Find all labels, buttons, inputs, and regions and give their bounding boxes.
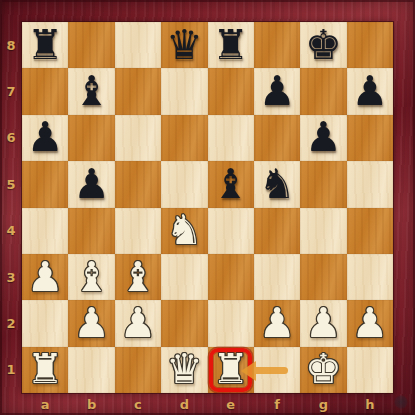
white-king: ♚	[305, 349, 342, 390]
square-f3[interactable]	[254, 254, 300, 300]
move-arrow-bar	[255, 367, 288, 374]
square-c4[interactable]	[115, 208, 161, 254]
square-e8[interactable]: ♜	[208, 22, 254, 68]
square-a6[interactable]: ♟	[22, 115, 68, 161]
square-a5[interactable]	[22, 161, 68, 207]
black-pawn: ♟	[73, 164, 110, 205]
white-pawn: ♟	[259, 303, 296, 344]
square-d1[interactable]: ♛	[161, 347, 207, 393]
square-b5[interactable]: ♟	[68, 161, 114, 207]
file-label-g: g	[300, 393, 346, 415]
square-d7[interactable]	[161, 68, 207, 114]
square-c1[interactable]	[115, 347, 161, 393]
square-c7[interactable]	[115, 68, 161, 114]
white-knight: ♞	[166, 210, 203, 251]
black-knight: ♞	[259, 164, 296, 205]
black-king: ♚	[305, 25, 342, 66]
square-a2[interactable]	[22, 300, 68, 346]
square-h4[interactable]	[347, 208, 393, 254]
black-queen: ♛	[166, 25, 203, 66]
square-a3[interactable]: ♟	[22, 254, 68, 300]
square-h1[interactable]	[347, 347, 393, 393]
white-pawn: ♟	[351, 303, 388, 344]
square-d4[interactable]: ♞	[161, 208, 207, 254]
square-g4[interactable]	[300, 208, 346, 254]
square-f2[interactable]: ♟	[254, 300, 300, 346]
white-pawn: ♟	[305, 303, 342, 344]
square-a1[interactable]: ♜	[22, 347, 68, 393]
file-label-b: b	[68, 393, 114, 415]
square-e5[interactable]: ♝	[208, 161, 254, 207]
rank-label-3: 3	[0, 254, 22, 300]
square-b3[interactable]: ♝	[68, 254, 114, 300]
square-f4[interactable]	[254, 208, 300, 254]
white-pawn: ♟	[73, 303, 110, 344]
white-bishop: ♝	[73, 257, 110, 298]
square-e4[interactable]	[208, 208, 254, 254]
white-pawn: ♟	[27, 257, 64, 298]
square-e2[interactable]	[208, 300, 254, 346]
square-e6[interactable]	[208, 115, 254, 161]
square-e7[interactable]	[208, 68, 254, 114]
move-arrow-head-icon	[241, 361, 256, 381]
square-b1[interactable]	[68, 347, 114, 393]
square-b6[interactable]	[68, 115, 114, 161]
square-h3[interactable]	[347, 254, 393, 300]
square-f8[interactable]	[254, 22, 300, 68]
watermark-dot	[394, 395, 408, 409]
rank-label-1: 1	[0, 347, 22, 393]
square-d2[interactable]	[161, 300, 207, 346]
square-h7[interactable]: ♟	[347, 68, 393, 114]
square-a8[interactable]: ♜	[22, 22, 68, 68]
white-bishop: ♝	[120, 257, 157, 298]
square-g6[interactable]: ♟	[300, 115, 346, 161]
file-label-f: f	[254, 393, 300, 415]
square-b8[interactable]	[68, 22, 114, 68]
file-label-h: h	[347, 393, 393, 415]
rank-label-2: 2	[0, 300, 22, 346]
file-label-c: c	[115, 393, 161, 415]
square-g3[interactable]	[300, 254, 346, 300]
square-h2[interactable]: ♟	[347, 300, 393, 346]
white-rook: ♜	[27, 349, 64, 390]
rank-label-7: 7	[0, 68, 22, 114]
chess-board-frame: ♜♛♜♚♝♟♟♟♟♟♝♞♞♟♝♝♟♟♟♟♟♜♛♜♚ 87654321 abcde…	[0, 0, 415, 415]
square-c6[interactable]	[115, 115, 161, 161]
square-c8[interactable]	[115, 22, 161, 68]
square-c2[interactable]: ♟	[115, 300, 161, 346]
square-g5[interactable]	[300, 161, 346, 207]
black-bishop: ♝	[212, 164, 249, 205]
file-label-e: e	[208, 393, 254, 415]
rank-label-8: 8	[0, 22, 22, 68]
square-g7[interactable]	[300, 68, 346, 114]
black-pawn: ♟	[27, 117, 64, 158]
file-label-d: d	[161, 393, 207, 415]
square-c3[interactable]: ♝	[115, 254, 161, 300]
square-g2[interactable]: ♟	[300, 300, 346, 346]
square-d8[interactable]: ♛	[161, 22, 207, 68]
file-label-a: a	[22, 393, 68, 415]
white-queen: ♛	[166, 349, 203, 390]
square-d3[interactable]	[161, 254, 207, 300]
white-pawn: ♟	[120, 303, 157, 344]
rank-label-6: 6	[0, 115, 22, 161]
black-pawn: ♟	[305, 117, 342, 158]
chess-board: ♜♛♜♚♝♟♟♟♟♟♝♞♞♟♝♝♟♟♟♟♟♜♛♜♚	[22, 22, 393, 393]
square-h5[interactable]	[347, 161, 393, 207]
square-h6[interactable]	[347, 115, 393, 161]
black-rook: ♜	[27, 25, 64, 66]
square-d6[interactable]	[161, 115, 207, 161]
square-a4[interactable]	[22, 208, 68, 254]
black-pawn: ♟	[351, 71, 388, 112]
square-f5[interactable]: ♞	[254, 161, 300, 207]
square-f7[interactable]: ♟	[254, 68, 300, 114]
square-f6[interactable]	[254, 115, 300, 161]
black-bishop: ♝	[73, 71, 110, 112]
black-pawn: ♟	[259, 71, 296, 112]
square-h8[interactable]	[347, 22, 393, 68]
square-c5[interactable]	[115, 161, 161, 207]
square-b2[interactable]: ♟	[68, 300, 114, 346]
square-e3[interactable]	[208, 254, 254, 300]
rank-label-5: 5	[0, 161, 22, 207]
square-g1[interactable]: ♚	[300, 347, 346, 393]
square-b7[interactable]: ♝	[68, 68, 114, 114]
black-rook: ♜	[212, 25, 249, 66]
square-d5[interactable]	[161, 161, 207, 207]
square-a7[interactable]	[22, 68, 68, 114]
square-g8[interactable]: ♚	[300, 22, 346, 68]
square-b4[interactable]	[68, 208, 114, 254]
rank-label-4: 4	[0, 208, 22, 254]
